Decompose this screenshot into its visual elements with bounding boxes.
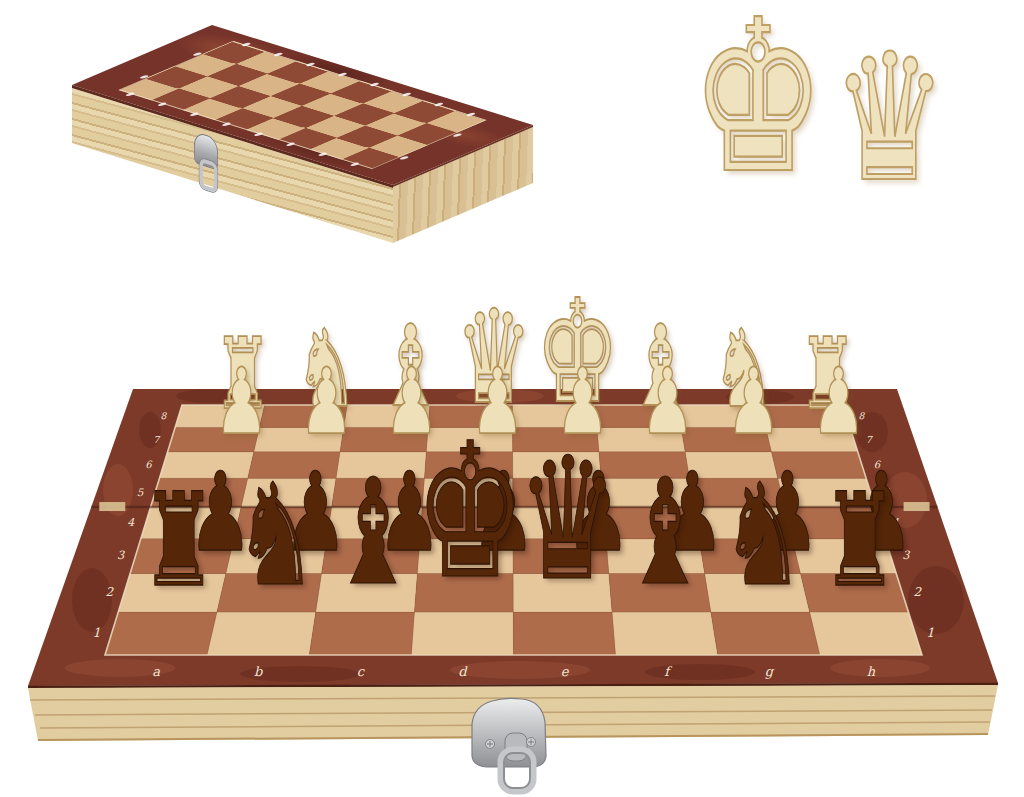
- board-latch[interactable]: [472, 698, 546, 791]
- svg-text:1: 1: [926, 625, 934, 640]
- white-pawn[interactable]: ♟: [638, 356, 698, 447]
- dark-queen[interactable]: ♛: [512, 435, 624, 604]
- white-pawn[interactable]: ♟: [297, 356, 357, 447]
- svg-text:b: b: [254, 664, 263, 679]
- square-b1[interactable]: [207, 612, 316, 655]
- dark-rook[interactable]: ♜: [136, 476, 221, 605]
- white-pawn[interactable]: ♟: [723, 356, 783, 447]
- square-h1[interactable]: [810, 612, 922, 655]
- svg-text:a: a: [152, 664, 160, 679]
- product-photo-scene: ♚ ♛ abcdefgh1122334455667788 ♜♞♝♛♚♝♞♜♟♟♟…: [0, 0, 1024, 797]
- svg-text:2: 2: [105, 585, 114, 599]
- svg-text:4: 4: [127, 516, 135, 529]
- square-f1[interactable]: [612, 612, 718, 655]
- dark-bishop[interactable]: ♝: [617, 458, 714, 605]
- white-pawn[interactable]: ♟: [808, 356, 868, 447]
- square-a1[interactable]: [105, 612, 217, 655]
- dark-bishop[interactable]: ♝: [325, 458, 422, 605]
- hinge-left-icon: [99, 502, 125, 511]
- dark-knight[interactable]: ♞: [229, 464, 322, 605]
- dark-knight[interactable]: ♞: [716, 464, 809, 605]
- dark-rook[interactable]: ♜: [817, 476, 902, 605]
- svg-text:3: 3: [117, 548, 125, 562]
- svg-text:1: 1: [93, 625, 101, 640]
- square-c1[interactable]: [309, 612, 414, 655]
- svg-text:e: e: [561, 664, 570, 679]
- square-g1[interactable]: [711, 612, 820, 655]
- svg-text:h: h: [867, 664, 876, 679]
- white-pawn[interactable]: ♟: [211, 356, 271, 447]
- svg-text:2: 2: [914, 585, 923, 599]
- square-e1[interactable]: [513, 612, 615, 655]
